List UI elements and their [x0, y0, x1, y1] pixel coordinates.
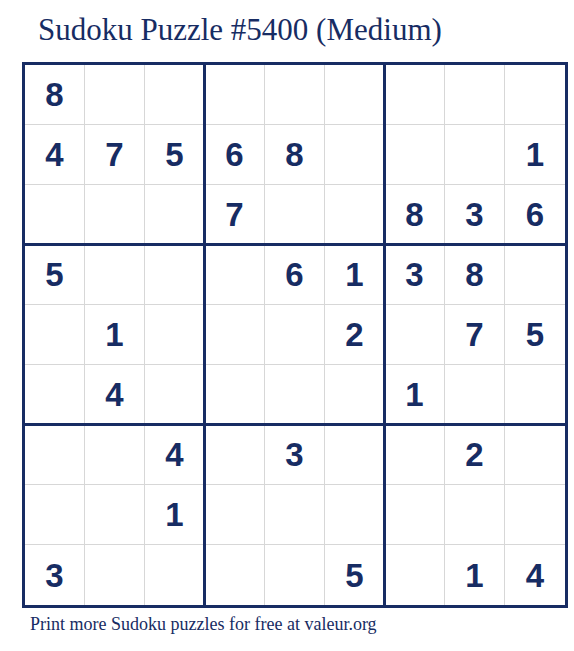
cell-r8c8 [445, 485, 505, 545]
cell-r7c2 [85, 425, 145, 485]
cell-r2c8 [445, 125, 505, 185]
cell-r7c3: 4 [145, 425, 205, 485]
cell-r5c7 [385, 305, 445, 365]
cell-r6c2: 4 [85, 365, 145, 425]
cell-r8c2 [85, 485, 145, 545]
cell-r3c3 [145, 185, 205, 245]
cell-r6c1 [25, 365, 85, 425]
cell-r2c9: 1 [505, 125, 565, 185]
cell-r3c7: 8 [385, 185, 445, 245]
cell-r9c1: 3 [25, 545, 85, 605]
cell-r3c5 [265, 185, 325, 245]
cell-r2c3: 5 [145, 125, 205, 185]
cell-r4c9 [505, 245, 565, 305]
cell-r4c8: 8 [445, 245, 505, 305]
cell-r8c3: 1 [145, 485, 205, 545]
cell-r1c5 [265, 65, 325, 125]
cell-r5c5 [265, 305, 325, 365]
cell-r8c4 [205, 485, 265, 545]
cell-r1c3 [145, 65, 205, 125]
cell-r8c7 [385, 485, 445, 545]
cell-r6c3 [145, 365, 205, 425]
box-divider-vertical-1 [203, 65, 206, 605]
cell-r5c2: 1 [85, 305, 145, 365]
cell-r6c5 [265, 365, 325, 425]
cell-r3c8: 3 [445, 185, 505, 245]
cell-r5c6: 2 [325, 305, 385, 365]
cell-r9c8: 1 [445, 545, 505, 605]
cell-r3c2 [85, 185, 145, 245]
cell-r2c1: 4 [25, 125, 85, 185]
cell-r1c1: 8 [25, 65, 85, 125]
cell-r6c7: 1 [385, 365, 445, 425]
cell-r4c3 [145, 245, 205, 305]
cell-r5c1 [25, 305, 85, 365]
sudoku-board: 847568178365613812754143213514 [22, 62, 568, 608]
cell-r3c9: 6 [505, 185, 565, 245]
sudoku-page: Sudoku Puzzle #5400 (Medium) 84756817836… [0, 0, 574, 651]
cell-r4c2 [85, 245, 145, 305]
cell-r8c9 [505, 485, 565, 545]
page-title: Sudoku Puzzle #5400 (Medium) [38, 12, 442, 48]
cell-r4c7: 3 [385, 245, 445, 305]
cell-r2c6 [325, 125, 385, 185]
cell-r5c9: 5 [505, 305, 565, 365]
cell-r4c5: 6 [265, 245, 325, 305]
box-divider-horizontal-2 [25, 423, 565, 426]
box-divider-horizontal-1 [25, 243, 565, 246]
cell-r1c7 [385, 65, 445, 125]
cell-r7c5: 3 [265, 425, 325, 485]
cell-r2c4: 6 [205, 125, 265, 185]
cell-r9c9: 4 [505, 545, 565, 605]
cell-r9c7 [385, 545, 445, 605]
cell-r6c9 [505, 365, 565, 425]
cell-r2c7 [385, 125, 445, 185]
cell-r8c1 [25, 485, 85, 545]
cell-r3c4: 7 [205, 185, 265, 245]
cell-r1c6 [325, 65, 385, 125]
cell-r6c4 [205, 365, 265, 425]
cell-r7c7 [385, 425, 445, 485]
cell-r1c8 [445, 65, 505, 125]
box-divider-vertical-2 [383, 65, 386, 605]
cell-r4c4 [205, 245, 265, 305]
cell-r9c2 [85, 545, 145, 605]
cell-r9c6: 5 [325, 545, 385, 605]
cell-r8c5 [265, 485, 325, 545]
cell-r1c2 [85, 65, 145, 125]
cell-r7c6 [325, 425, 385, 485]
cell-r6c8 [445, 365, 505, 425]
cell-r7c1 [25, 425, 85, 485]
cell-r5c3 [145, 305, 205, 365]
cell-r1c9 [505, 65, 565, 125]
cell-r2c5: 8 [265, 125, 325, 185]
cell-r9c3 [145, 545, 205, 605]
cell-r2c2: 7 [85, 125, 145, 185]
cell-r7c9 [505, 425, 565, 485]
cell-r5c8: 7 [445, 305, 505, 365]
cell-r7c4 [205, 425, 265, 485]
cell-r5c4 [205, 305, 265, 365]
cell-r7c8: 2 [445, 425, 505, 485]
cell-r8c6 [325, 485, 385, 545]
cell-r1c4 [205, 65, 265, 125]
cell-r4c1: 5 [25, 245, 85, 305]
footer-text: Print more Sudoku puzzles for free at va… [30, 614, 377, 635]
cell-r3c1 [25, 185, 85, 245]
cell-r6c6 [325, 365, 385, 425]
cell-r3c6 [325, 185, 385, 245]
cell-r4c6: 1 [325, 245, 385, 305]
cell-r9c5 [265, 545, 325, 605]
cell-r9c4 [205, 545, 265, 605]
